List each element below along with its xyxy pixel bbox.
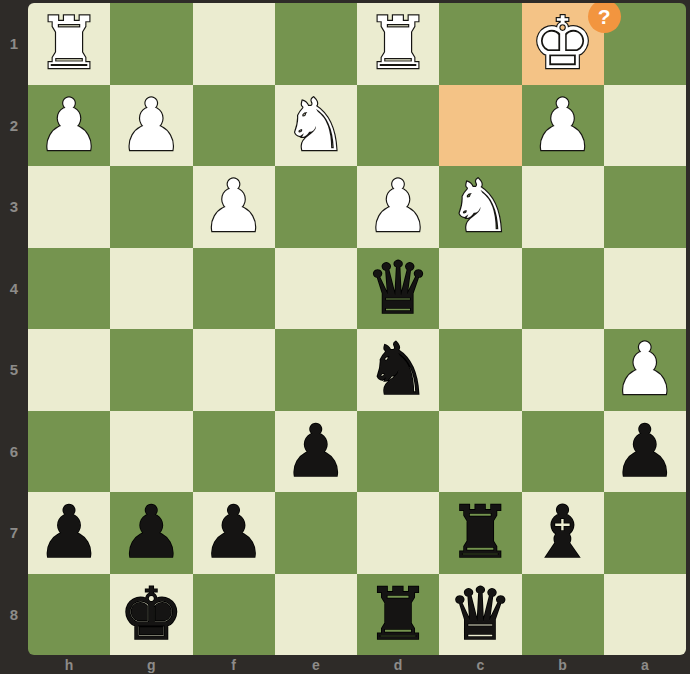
square-c7[interactable]: ♜ xyxy=(439,492,521,574)
rank-label-7: 7 xyxy=(0,492,28,574)
square-e5[interactable] xyxy=(275,329,357,411)
square-h6[interactable] xyxy=(28,411,110,493)
square-d4[interactable]: ♛ xyxy=(357,248,439,330)
chess-app-frame: 12345678 ♜♜♚?♟♟♞♟♟♟♞♛♞♟♟♟♟♟♟♜♝♚♜♛ hgfedc… xyxy=(0,0,690,674)
black-pawn-e6[interactable]: ♟ xyxy=(284,411,349,492)
square-f1[interactable] xyxy=(193,3,275,85)
square-g5[interactable] xyxy=(110,329,192,411)
black-pawn-a6[interactable]: ♟ xyxy=(613,411,678,492)
square-f8[interactable] xyxy=(193,574,275,656)
file-label-h: h xyxy=(28,655,110,674)
white-pawn-d3[interactable]: ♟ xyxy=(366,166,431,247)
rank-label-8: 8 xyxy=(0,574,28,656)
square-a5[interactable]: ♟ xyxy=(604,329,686,411)
file-label-a: a xyxy=(604,655,686,674)
black-bishop-b7[interactable]: ♝ xyxy=(530,492,595,573)
square-h8[interactable] xyxy=(28,574,110,656)
square-g3[interactable] xyxy=(110,166,192,248)
square-h2[interactable]: ♟ xyxy=(28,85,110,167)
square-a8[interactable] xyxy=(604,574,686,656)
rank-label-2: 2 xyxy=(0,85,28,167)
square-e7[interactable] xyxy=(275,492,357,574)
file-label-e: e xyxy=(275,655,357,674)
square-e3[interactable] xyxy=(275,166,357,248)
square-d7[interactable] xyxy=(357,492,439,574)
square-b5[interactable] xyxy=(522,329,604,411)
square-e1[interactable] xyxy=(275,3,357,85)
square-d2[interactable] xyxy=(357,85,439,167)
square-c8[interactable]: ♛ xyxy=(439,574,521,656)
square-h4[interactable] xyxy=(28,248,110,330)
file-label-g: g xyxy=(110,655,192,674)
square-e4[interactable] xyxy=(275,248,357,330)
square-c6[interactable] xyxy=(439,411,521,493)
square-g4[interactable] xyxy=(110,248,192,330)
square-b2[interactable]: ♟ xyxy=(522,85,604,167)
square-e6[interactable]: ♟ xyxy=(275,411,357,493)
rank-label-3: 3 xyxy=(0,166,28,248)
square-d3[interactable]: ♟ xyxy=(357,166,439,248)
black-pawn-g7[interactable]: ♟ xyxy=(119,492,184,573)
square-f7[interactable]: ♟ xyxy=(193,492,275,574)
square-e8[interactable] xyxy=(275,574,357,656)
white-knight-c3[interactable]: ♞ xyxy=(448,166,513,247)
square-b7[interactable]: ♝ xyxy=(522,492,604,574)
black-pawn-h7[interactable]: ♟ xyxy=(37,492,102,573)
black-rook-c7[interactable]: ♜ xyxy=(448,492,513,573)
square-g6[interactable] xyxy=(110,411,192,493)
file-label-c: c xyxy=(439,655,521,674)
black-queen-d4[interactable]: ♛ xyxy=(366,248,431,329)
white-pawn-f3[interactable]: ♟ xyxy=(201,166,266,247)
square-a2[interactable] xyxy=(604,85,686,167)
square-f3[interactable]: ♟ xyxy=(193,166,275,248)
white-king-b1[interactable]: ♚ xyxy=(530,3,595,84)
square-h5[interactable] xyxy=(28,329,110,411)
square-c5[interactable] xyxy=(439,329,521,411)
black-rook-d8[interactable]: ♜ xyxy=(366,574,431,655)
file-label-d: d xyxy=(357,655,439,674)
square-a7[interactable] xyxy=(604,492,686,574)
black-queen-c8[interactable]: ♛ xyxy=(448,574,513,655)
black-knight-d5[interactable]: ♞ xyxy=(366,329,431,410)
square-a4[interactable] xyxy=(604,248,686,330)
rank-label-4: 4 xyxy=(0,248,28,330)
rank-label-5: 5 xyxy=(0,329,28,411)
square-d5[interactable]: ♞ xyxy=(357,329,439,411)
rank-label-1: 1 xyxy=(0,3,28,85)
square-b6[interactable] xyxy=(522,411,604,493)
square-d6[interactable] xyxy=(357,411,439,493)
square-g8[interactable]: ♚ xyxy=(110,574,192,656)
square-c1[interactable] xyxy=(439,3,521,85)
square-c2[interactable] xyxy=(439,85,521,167)
square-d8[interactable]: ♜ xyxy=(357,574,439,656)
square-f5[interactable] xyxy=(193,329,275,411)
rank-label-6: 6 xyxy=(0,411,28,493)
square-a3[interactable] xyxy=(604,166,686,248)
white-pawn-b2[interactable]: ♟ xyxy=(530,85,595,166)
white-rook-d1[interactable]: ♜ xyxy=(366,3,431,84)
square-c3[interactable]: ♞ xyxy=(439,166,521,248)
square-f6[interactable] xyxy=(193,411,275,493)
square-f2[interactable] xyxy=(193,85,275,167)
square-e2[interactable]: ♞ xyxy=(275,85,357,167)
file-coordinates: hgfedcba xyxy=(28,655,686,674)
file-label-f: f xyxy=(193,655,275,674)
square-a6[interactable]: ♟ xyxy=(604,411,686,493)
square-g1[interactable] xyxy=(110,3,192,85)
square-h1[interactable]: ♜ xyxy=(28,3,110,85)
square-g2[interactable]: ♟ xyxy=(110,85,192,167)
square-b1[interactable]: ♚? xyxy=(522,3,604,85)
square-g7[interactable]: ♟ xyxy=(110,492,192,574)
rank-coordinates: 12345678 xyxy=(0,3,28,655)
white-rook-h1[interactable]: ♜ xyxy=(37,3,102,84)
square-d1[interactable]: ♜ xyxy=(357,3,439,85)
square-c4[interactable] xyxy=(439,248,521,330)
white-pawn-g2[interactable]: ♟ xyxy=(119,85,184,166)
square-h3[interactable] xyxy=(28,166,110,248)
white-knight-e2[interactable]: ♞ xyxy=(284,85,349,166)
square-b4[interactable] xyxy=(522,248,604,330)
square-b8[interactable] xyxy=(522,574,604,656)
black-king-g8[interactable]: ♚ xyxy=(119,574,184,655)
mistake-badge-icon: ? xyxy=(588,3,621,33)
chess-board[interactable]: ♜♜♚?♟♟♞♟♟♟♞♛♞♟♟♟♟♟♟♜♝♚♜♛ xyxy=(28,3,686,655)
file-label-b: b xyxy=(522,655,604,674)
white-pawn-h2[interactable]: ♟ xyxy=(37,85,102,166)
square-b3[interactable] xyxy=(522,166,604,248)
white-pawn-a5[interactable]: ♟ xyxy=(613,329,678,410)
black-pawn-f7[interactable]: ♟ xyxy=(201,492,266,573)
square-f4[interactable] xyxy=(193,248,275,330)
square-h7[interactable]: ♟ xyxy=(28,492,110,574)
